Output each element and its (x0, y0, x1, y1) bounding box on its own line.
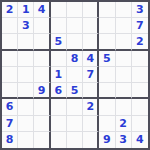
cell-r9c6[interactable] (83, 132, 99, 148)
cell-r2c4[interactable] (51, 18, 67, 34)
cell-r5c3[interactable] (34, 67, 50, 83)
cell-r4c8[interactable] (116, 51, 132, 67)
cell-r2c9: 7 (132, 18, 148, 34)
cell-r6c9[interactable] (132, 83, 148, 99)
cell-r3c2[interactable] (18, 34, 34, 50)
cell-r6c7[interactable] (99, 83, 115, 99)
cell-r1c6[interactable] (83, 2, 99, 18)
cell-r7c9[interactable] (132, 99, 148, 115)
cell-r2c8[interactable] (116, 18, 132, 34)
cell-r6c1[interactable] (2, 83, 18, 99)
cell-r4c6: 4 (83, 51, 99, 67)
cell-r3c4: 5 (51, 34, 67, 50)
cell-r9c4[interactable] (51, 132, 67, 148)
cell-r4c2[interactable] (18, 51, 34, 67)
cell-r2c7[interactable] (99, 18, 115, 34)
cell-r3c7[interactable] (99, 34, 115, 50)
cell-r2c5[interactable] (67, 18, 83, 34)
cell-r4c5: 8 (67, 51, 83, 67)
cell-r5c7[interactable] (99, 67, 115, 83)
cell-r2c6[interactable] (83, 18, 99, 34)
cell-r9c1: 8 (2, 132, 18, 148)
cell-r7c1: 6 (2, 99, 18, 115)
cell-r6c5: 5 (67, 83, 83, 99)
cell-r5c6: 7 (83, 67, 99, 83)
cell-r2c3[interactable] (34, 18, 50, 34)
cell-r7c5[interactable] (67, 99, 83, 115)
cell-r4c7: 5 (99, 51, 115, 67)
cell-r7c3[interactable] (34, 99, 50, 115)
cell-r9c5[interactable] (67, 132, 83, 148)
cell-r4c9[interactable] (132, 51, 148, 67)
cell-r7c8[interactable] (116, 99, 132, 115)
cell-r1c5[interactable] (67, 2, 83, 18)
cell-r6c6[interactable] (83, 83, 99, 99)
cell-r5c8[interactable] (116, 67, 132, 83)
cell-r5c5[interactable] (67, 67, 83, 83)
cell-r1c8[interactable] (116, 2, 132, 18)
cell-r4c1[interactable] (2, 51, 18, 67)
cell-r3c9: 2 (132, 34, 148, 50)
cell-r2c1[interactable] (2, 18, 18, 34)
cell-r3c6[interactable] (83, 34, 99, 50)
cell-r7c6: 2 (83, 99, 99, 115)
cell-r8c1: 7 (2, 116, 18, 132)
cell-r6c4: 6 (51, 83, 67, 99)
cell-r1c7[interactable] (99, 2, 115, 18)
cell-r8c7[interactable] (99, 116, 115, 132)
cell-r9c3[interactable] (34, 132, 50, 148)
cell-r8c9[interactable] (132, 116, 148, 132)
cell-r3c5[interactable] (67, 34, 83, 50)
cell-r6c2[interactable] (18, 83, 34, 99)
cell-r1c1: 2 (2, 2, 18, 18)
cell-r8c4[interactable] (51, 116, 67, 132)
cell-r1c9: 3 (132, 2, 148, 18)
cell-r5c1[interactable] (2, 67, 18, 83)
cell-r7c2[interactable] (18, 99, 34, 115)
cell-r1c4[interactable] (51, 2, 67, 18)
sudoku-board: 214337528451796562728934 (0, 0, 150, 150)
cell-r9c9: 4 (132, 132, 148, 148)
cell-r6c8[interactable] (116, 83, 132, 99)
cell-r8c5[interactable] (67, 116, 83, 132)
cell-r7c4[interactable] (51, 99, 67, 115)
cell-r4c3[interactable] (34, 51, 50, 67)
cell-r3c8[interactable] (116, 34, 132, 50)
cell-r9c7: 9 (99, 132, 115, 148)
cell-r5c4: 1 (51, 67, 67, 83)
cell-r8c2[interactable] (18, 116, 34, 132)
cell-r9c2[interactable] (18, 132, 34, 148)
cell-r7c7[interactable] (99, 99, 115, 115)
cell-r8c6[interactable] (83, 116, 99, 132)
cell-r6c3: 9 (34, 83, 50, 99)
cell-r3c1[interactable] (2, 34, 18, 50)
cell-r2c2: 3 (18, 18, 34, 34)
cell-r5c2[interactable] (18, 67, 34, 83)
cell-r4c4[interactable] (51, 51, 67, 67)
cell-r1c2: 1 (18, 2, 34, 18)
cell-r1c3: 4 (34, 2, 50, 18)
cell-r3c3[interactable] (34, 34, 50, 50)
cell-r9c8: 3 (116, 132, 132, 148)
cell-r8c3[interactable] (34, 116, 50, 132)
cell-r5c9[interactable] (132, 67, 148, 83)
cell-r8c8: 2 (116, 116, 132, 132)
